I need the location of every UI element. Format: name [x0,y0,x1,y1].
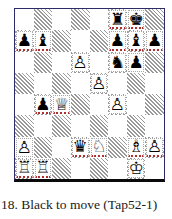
piece-box-f7: ♟ [109,31,126,50]
square-b1: ♖ [34,158,53,179]
square-b5 [34,73,53,94]
white-rook-icon: ♖ [35,159,50,176]
black-pawn-icon: ♟ [35,95,50,112]
square-e2: ♘ [90,137,109,158]
square-h6 [145,52,164,73]
white-pawn-icon: ♙ [91,74,106,91]
piece-box-h7: ♟ [146,31,163,50]
black-rook-icon: ♜ [110,10,125,27]
piece-box-b4: ♟ [35,95,52,114]
square-c5 [52,73,71,94]
square-g7: ♝ [127,30,146,51]
square-a2: ♙ [15,137,34,158]
piece-box-f8: ♜ [109,10,126,29]
piece-box-e2: ♘ [91,138,108,157]
diagram-caption: 18. Black to move (Tap52-1) [1,197,172,213]
square-f4: ♙ [108,94,127,115]
black-knight-icon: ♞ [110,53,125,70]
square-g3 [127,115,146,136]
piece-box-c4: ♕ [53,95,70,114]
square-h5 [145,73,164,94]
square-h2: ♙ [145,137,164,158]
square-b4: ♟ [34,94,53,115]
square-c4: ♕ [52,94,71,115]
square-b8 [34,9,53,30]
piece-box-g8: ♚ [128,10,145,29]
white-king-icon: ♔ [128,159,143,176]
piece-box-a1: ♖ [16,159,33,178]
black-pawn-icon: ♟ [147,31,162,48]
square-b6 [34,52,53,73]
square-a4 [15,94,34,115]
piece-box-g1: ♔ [128,159,145,178]
square-d4 [71,94,90,115]
white-pawn-icon: ♙ [17,138,32,155]
square-b7: ♝ [34,30,53,51]
square-g5 [127,73,146,94]
black-king-icon: ♚ [128,10,143,27]
square-d5 [71,73,90,94]
black-pawn-icon: ♟ [17,31,32,48]
piece-box-d2: ♛ [72,138,89,157]
white-pawn-icon: ♙ [147,138,162,155]
square-e3 [90,115,109,136]
piece-box-b1: ♖ [35,159,52,178]
black-pawn-icon: ♟ [128,53,143,70]
black-pawn-icon: ♟ [110,31,125,48]
piece-box-f4: ♙ [109,95,126,114]
white-bishop-icon: ♗ [128,138,143,155]
white-pawn-icon: ♙ [73,53,88,70]
square-h1 [145,158,164,179]
square-h7: ♟ [145,30,164,51]
square-f8: ♜ [108,9,127,30]
white-rook-icon: ♖ [17,159,32,176]
square-e6 [90,52,109,73]
square-g8: ♚ [127,9,146,30]
black-bishop-icon: ♝ [35,31,50,48]
piece-box-a2: ♙ [16,138,33,157]
piece-box-e5: ♙ [91,74,108,93]
piece-box-d6: ♙ [72,53,89,72]
square-d6: ♙ [71,52,90,73]
square-g6: ♟ [127,52,146,73]
square-e8 [90,9,109,30]
square-f2 [108,137,127,158]
square-c7 [52,30,71,51]
square-c1 [52,158,71,179]
white-pawn-icon: ♙ [110,96,125,113]
square-e4 [90,94,109,115]
piece-box-g2: ♗ [128,138,145,157]
piece-box-f6: ♞ [109,53,126,72]
square-a1: ♖ [15,158,34,179]
square-f7: ♟ [108,30,127,51]
square-a8 [15,9,34,30]
piece-box-a7: ♟ [16,31,33,50]
square-d1 [71,158,90,179]
black-queen-icon: ♛ [73,138,88,155]
square-a7: ♟ [15,30,34,51]
square-e5: ♙ [90,73,109,94]
square-a3 [15,115,34,136]
square-c3 [52,115,71,136]
square-d7 [71,30,90,51]
square-e1 [90,158,109,179]
square-b3 [34,115,53,136]
square-h4 [145,94,164,115]
square-f1 [108,158,127,179]
square-a5 [15,73,34,94]
square-d8 [71,9,90,30]
square-f6: ♞ [108,52,127,73]
square-d2: ♛ [71,137,90,158]
square-g1: ♔ [127,158,146,179]
piece-box-g6: ♟ [128,53,145,72]
square-a6 [15,52,34,73]
square-g4 [127,94,146,115]
square-d3 [71,115,90,136]
piece-box-h2: ♙ [146,138,163,157]
square-b2 [34,137,53,158]
piece-box-b7: ♝ [35,31,52,50]
white-queen-icon: ♕ [54,95,69,112]
square-c2 [52,137,71,158]
chess-board: ♜♚♟♝♟♝♟♙♞♟♙♟♕♙♙♛♘♗♙♖♖♔ [14,8,165,182]
piece-box-g7: ♝ [128,31,145,50]
square-h3 [145,115,164,136]
black-bishop-icon: ♝ [128,31,143,48]
square-h8 [145,9,164,30]
white-knight-icon: ♘ [91,138,106,155]
square-c8 [52,9,71,30]
square-c6 [52,52,71,73]
square-f3 [108,115,127,136]
square-f5 [108,73,127,94]
square-g2: ♗ [127,137,146,158]
square-e7 [90,30,109,51]
